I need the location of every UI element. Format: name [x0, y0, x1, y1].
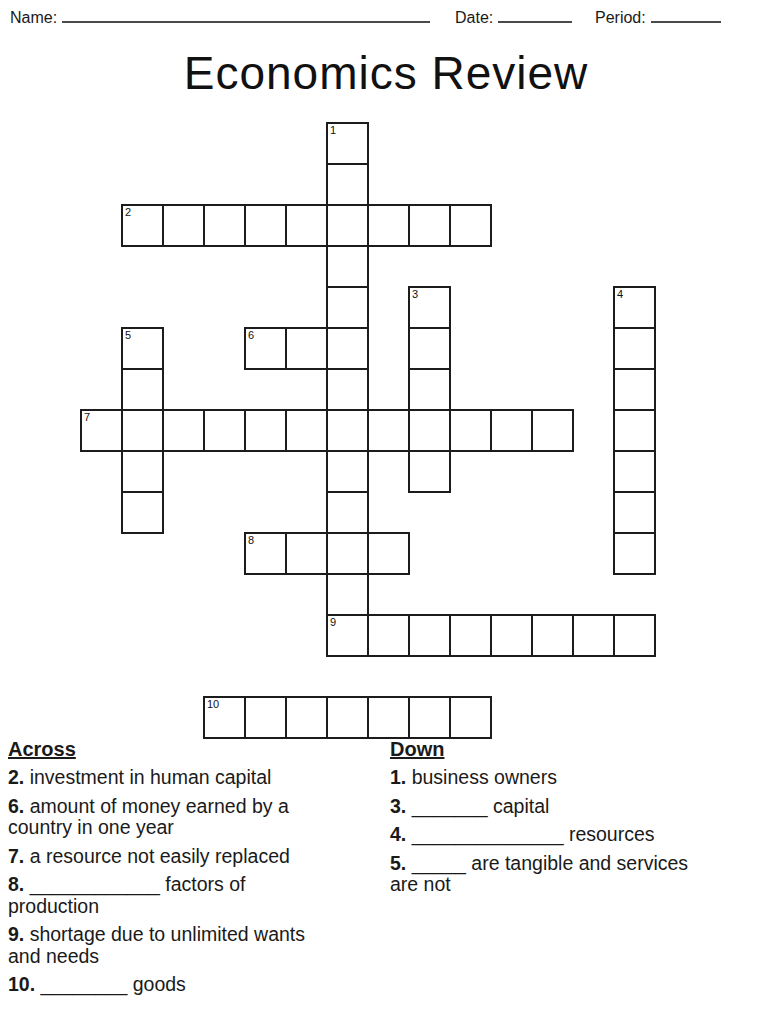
down-heading: Down	[390, 738, 768, 761]
name-label: Name:	[10, 9, 57, 26]
grid-cell-r5c4[interactable]: 6	[244, 327, 287, 370]
grid-cell-r11c6[interactable]	[326, 573, 369, 616]
cell-number-1: 1	[330, 124, 336, 137]
grid-cell-r12c11[interactable]	[531, 614, 574, 657]
cell-number-4: 4	[617, 288, 623, 301]
period-blank-line[interactable]	[651, 8, 721, 23]
grid-cell-r7c1[interactable]	[121, 409, 164, 452]
grid-cell-r2c4[interactable]	[244, 204, 287, 247]
grid-cell-r10c6[interactable]	[326, 532, 369, 575]
page-title: Economics Review	[0, 46, 772, 100]
clue-text: investment in human capital	[24, 766, 271, 788]
grid-cell-r8c13[interactable]	[613, 450, 656, 493]
grid-cell-r12c10[interactable]	[490, 614, 533, 657]
grid-cell-r7c5[interactable]	[285, 409, 328, 452]
worksheet-page: Name: Date: Period: Economics Review 123…	[0, 0, 772, 1024]
grid-cell-r12c8[interactable]	[408, 614, 451, 657]
grid-cell-r4c13[interactable]: 4	[613, 286, 656, 329]
clue-text: ____________ factors of production	[8, 873, 245, 917]
grid-cell-r14c5[interactable]	[285, 696, 328, 739]
grid-cell-r8c8[interactable]	[408, 450, 451, 493]
clue-text: ______________ resources	[406, 823, 654, 845]
across-clue-10: 10. ________ goods	[8, 974, 380, 996]
name-blank-line[interactable]	[62, 8, 430, 23]
grid-cell-r6c8[interactable]	[408, 368, 451, 411]
grid-cell-r2c9[interactable]	[449, 204, 492, 247]
grid-cell-r4c6[interactable]	[326, 286, 369, 329]
clue-number: 9.	[8, 923, 24, 945]
grid-cell-r8c1[interactable]	[121, 450, 164, 493]
grid-cell-r14c7[interactable]	[367, 696, 410, 739]
grid-cell-r14c6[interactable]	[326, 696, 369, 739]
across-clue-9: 9. shortage due to unlimited wants and n…	[8, 924, 380, 967]
grid-cell-r5c6[interactable]	[326, 327, 369, 370]
period-field-group: Period:	[595, 8, 721, 27]
clue-text: _____ are tangible and services are not	[390, 852, 688, 896]
grid-cell-r2c3[interactable]	[203, 204, 246, 247]
down-clue-1: 1. business owners	[390, 767, 768, 789]
down-clue-4: 4. ______________ resources	[390, 824, 768, 846]
across-clue-2: 2. investment in human capital	[8, 767, 380, 789]
grid-cell-r7c0[interactable]: 7	[80, 409, 123, 452]
grid-cell-r7c8[interactable]	[408, 409, 451, 452]
across-clue-7: 7. a resource not easily replaced	[8, 846, 380, 868]
clue-number: 5.	[390, 852, 406, 874]
grid-cell-r12c9[interactable]	[449, 614, 492, 657]
grid-cell-r5c5[interactable]	[285, 327, 328, 370]
across-clue-list: 2. investment in human capital6. amount …	[8, 767, 380, 996]
cell-number-5: 5	[125, 329, 131, 342]
grid-cell-r7c10[interactable]	[490, 409, 533, 452]
grid-cell-r12c7[interactable]	[367, 614, 410, 657]
grid-cell-r14c8[interactable]	[408, 696, 451, 739]
grid-cell-r10c5[interactable]	[285, 532, 328, 575]
clue-text: shortage due to unlimited wants and need…	[8, 923, 305, 967]
grid-cell-r7c2[interactable]	[162, 409, 205, 452]
clue-number: 1.	[390, 766, 406, 788]
grid-cell-r5c1[interactable]: 5	[121, 327, 164, 370]
grid-cell-r2c8[interactable]	[408, 204, 451, 247]
date-blank-line[interactable]	[498, 8, 572, 23]
grid-cell-r2c5[interactable]	[285, 204, 328, 247]
grid-cell-r12c13[interactable]	[613, 614, 656, 657]
cell-number-3: 3	[412, 288, 418, 301]
grid-cell-r2c1[interactable]: 2	[121, 204, 164, 247]
grid-cell-r3c6[interactable]	[326, 245, 369, 288]
grid-cell-r7c3[interactable]	[203, 409, 246, 452]
across-heading: Across	[8, 738, 380, 761]
grid-cell-r10c4[interactable]: 8	[244, 532, 287, 575]
grid-cell-r14c4[interactable]	[244, 696, 287, 739]
grid-cell-r7c11[interactable]	[531, 409, 574, 452]
across-clue-8: 8. ____________ factors of production	[8, 874, 380, 917]
grid-cell-r4c8[interactable]: 3	[408, 286, 451, 329]
grid-cell-r6c6[interactable]	[326, 368, 369, 411]
grid-cell-r14c3[interactable]: 10	[203, 696, 246, 739]
grid-cell-r1c6[interactable]	[326, 163, 369, 206]
grid-cell-r0c6[interactable]: 1	[326, 122, 369, 165]
crossword-grid: 12345678910	[80, 122, 656, 739]
cell-number-6: 6	[248, 329, 254, 342]
grid-cell-r7c13[interactable]	[613, 409, 656, 452]
grid-cell-r9c6[interactable]	[326, 491, 369, 534]
clue-text: amount of money earned by a country in o…	[8, 795, 289, 839]
grid-cell-r6c13[interactable]	[613, 368, 656, 411]
clue-number: 10.	[8, 973, 35, 995]
grid-cell-r7c7[interactable]	[367, 409, 410, 452]
grid-cell-r14c9[interactable]	[449, 696, 492, 739]
grid-cell-r5c13[interactable]	[613, 327, 656, 370]
cell-number-10: 10	[207, 698, 219, 711]
grid-cell-r7c6[interactable]	[326, 409, 369, 452]
date-field-group: Date:	[455, 8, 572, 27]
grid-cell-r6c1[interactable]	[121, 368, 164, 411]
across-clue-6: 6. amount of money earned by a country i…	[8, 796, 380, 839]
grid-cell-r7c9[interactable]	[449, 409, 492, 452]
clue-number: 2.	[8, 766, 24, 788]
grid-cell-r12c6[interactable]: 9	[326, 614, 369, 657]
date-label: Date:	[455, 9, 493, 26]
down-clue-3: 3. _______ capital	[390, 796, 768, 818]
down-clue-5: 5. _____ are tangible and services are n…	[390, 853, 768, 896]
grid-cell-r10c13[interactable]	[613, 532, 656, 575]
grid-cell-r10c7[interactable]	[367, 532, 410, 575]
grid-cell-r9c1[interactable]	[121, 491, 164, 534]
clue-number: 4.	[390, 823, 406, 845]
grid-cell-r9c13[interactable]	[613, 491, 656, 534]
clue-number: 8.	[8, 873, 24, 895]
grid-cell-r12c12[interactable]	[572, 614, 615, 657]
grid-cell-r2c2[interactable]	[162, 204, 205, 247]
grid-cell-r5c8[interactable]	[408, 327, 451, 370]
cell-number-2: 2	[125, 206, 131, 219]
down-clue-list: 1. business owners3. _______ capital4. _…	[390, 767, 768, 896]
cell-number-7: 7	[84, 411, 90, 424]
grid-cell-r2c6[interactable]	[326, 204, 369, 247]
clue-number: 3.	[390, 795, 406, 817]
clue-number: 7.	[8, 845, 24, 867]
grid-cell-r8c6[interactable]	[326, 450, 369, 493]
clue-text: a resource not easily replaced	[24, 845, 290, 867]
across-clues-section: Across 2. investment in human capital6. …	[8, 738, 380, 1003]
clue-text: ________ goods	[35, 973, 186, 995]
name-field-group: Name:	[10, 8, 430, 27]
clue-text: business owners	[406, 766, 557, 788]
cell-number-9: 9	[330, 616, 336, 629]
cell-number-8: 8	[248, 534, 254, 547]
clue-text: _______ capital	[406, 795, 549, 817]
period-label: Period:	[595, 9, 646, 26]
clue-number: 6.	[8, 795, 24, 817]
grid-cell-r7c4[interactable]	[244, 409, 287, 452]
down-clues-section: Down 1. business owners3. _______ capita…	[390, 738, 768, 903]
grid-cell-r2c7[interactable]	[367, 204, 410, 247]
